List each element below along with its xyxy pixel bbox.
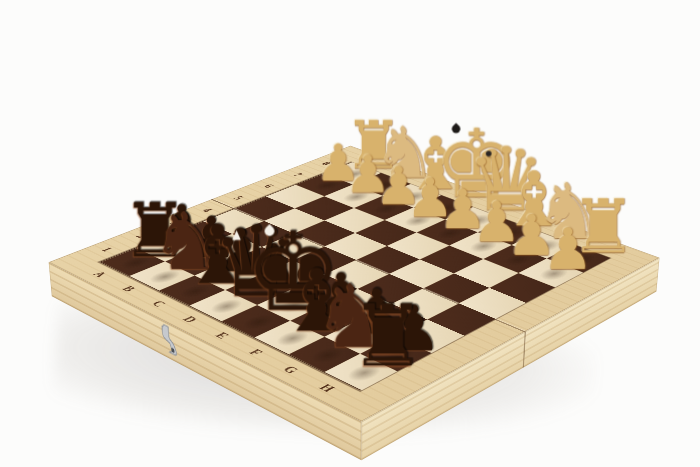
piece-black-rook: ♜ <box>350 293 402 378</box>
rank-label-5: 5 <box>226 193 249 202</box>
board-surface: ABCDEFGH 12345678 ♜♟♟♜♞♟♟♞♝♟♟♝♛♟♟♚♚♟♟♛♝♟… <box>49 146 660 422</box>
file-label-a: A <box>86 269 112 281</box>
piece-white-pawn: ♟ <box>542 221 588 278</box>
chess-box: ABCDEFGH 12345678 ♜♟♟♜♞♟♟♞♝♟♟♝♛♟♟♚♚♟♟♛♝♟… <box>49 146 660 422</box>
file-label-f: F <box>241 346 270 360</box>
file-label-h: H <box>312 381 342 396</box>
photo-stage: ABCDEFGH 12345678 ♜♟♟♜♞♟♟♞♝♟♟♝♛♟♟♚♚♟♟♛♝♟… <box>0 0 700 467</box>
rank-label-6: 6 <box>257 182 280 191</box>
file-label-g: G <box>275 363 304 378</box>
file-label-b: B <box>115 283 141 295</box>
rank-label-1: 1 <box>94 244 119 255</box>
scene: ABCDEFGH 12345678 ♜♟♟♜♞♟♟♞♝♟♟♝♛♟♟♚♚♟♟♛♝♟… <box>139 44 571 467</box>
finial-ball <box>485 151 491 157</box>
fold-seam-side <box>523 331 526 368</box>
finial-drop <box>450 123 462 135</box>
rank-label-7: 7 <box>286 170 309 179</box>
finial-drop <box>262 224 276 238</box>
file-label-c: C <box>145 298 172 310</box>
finial-cone <box>232 230 241 240</box>
file-label-e: E <box>207 329 235 342</box>
file-label-d: D <box>175 313 202 326</box>
